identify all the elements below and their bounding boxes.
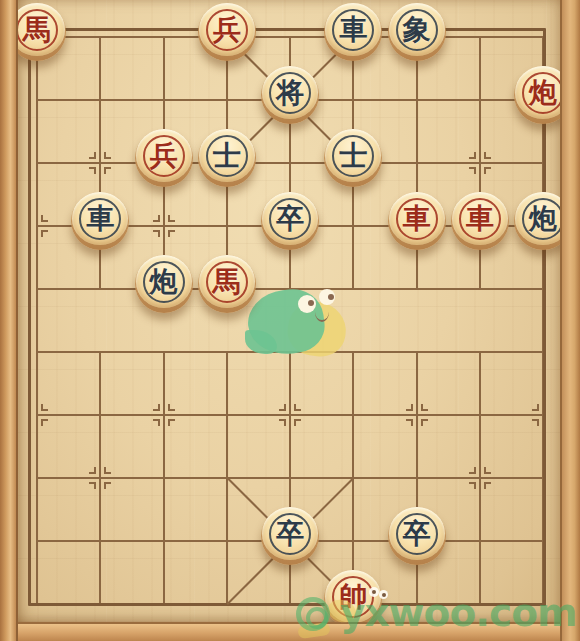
board-frame-left (0, 0, 18, 641)
piece-character: 士 (213, 142, 241, 170)
piece-character: 帥 (339, 583, 367, 611)
piece-black-車[interactable]: 車 (71, 192, 129, 250)
piece-red-兵[interactable]: 兵 (198, 3, 256, 61)
piece-character: 馬 (23, 16, 51, 44)
piece-face: 将 (262, 66, 318, 119)
piece-character: 兵 (150, 142, 178, 170)
piece-ring: 馬 (206, 261, 248, 303)
piece-ring: 車 (459, 198, 501, 240)
piece-face: 卒 (389, 507, 445, 560)
piece-character: 炮 (150, 268, 178, 296)
piece-character: 炮 (529, 79, 557, 107)
piece-ring: 士 (332, 135, 374, 177)
piece-face: 士 (325, 129, 381, 182)
piece-face: 卒 (262, 192, 318, 245)
piece-ring: 車 (332, 9, 374, 51)
piece-face: 馬 (199, 255, 255, 308)
piece-face: 卒 (262, 507, 318, 560)
piece-character: 卒 (403, 520, 431, 548)
piece-black-士[interactable]: 士 (198, 129, 256, 187)
piece-character: 炮 (529, 205, 557, 233)
piece-ring: 炮 (522, 198, 564, 240)
piece-ring: 卒 (269, 513, 311, 555)
piece-character: 兵 (213, 16, 241, 44)
piece-character: 車 (466, 205, 494, 233)
pieces-layer: 馬兵車象将炮兵士士車卒車車炮炮馬卒卒帥 (0, 0, 580, 641)
piece-face: 車 (325, 3, 381, 56)
piece-face: 象 (389, 3, 445, 56)
piece-black-炮[interactable]: 炮 (135, 255, 193, 313)
piece-ring: 車 (396, 198, 438, 240)
piece-face: 士 (199, 129, 255, 182)
piece-character: 馬 (213, 268, 241, 296)
piece-red-車[interactable]: 車 (451, 192, 509, 250)
piece-ring: 将 (269, 72, 311, 114)
piece-face: 車 (389, 192, 445, 245)
piece-character: 将 (276, 79, 304, 107)
piece-face: 兵 (136, 129, 192, 182)
piece-ring: 卒 (396, 513, 438, 555)
piece-character: 卒 (276, 520, 304, 548)
piece-character: 卒 (276, 205, 304, 233)
piece-character: 象 (403, 16, 431, 44)
piece-ring: 兵 (206, 9, 248, 51)
piece-ring: 兵 (143, 135, 185, 177)
piece-black-卒[interactable]: 卒 (388, 507, 446, 565)
piece-ring: 卒 (269, 198, 311, 240)
piece-red-帥[interactable]: 帥 (324, 570, 382, 628)
xiangqi-game-screen: 馬兵車象将炮兵士士車卒車車炮炮馬卒卒帥 yxwoo.com (0, 0, 580, 641)
piece-black-将[interactable]: 将 (261, 66, 319, 124)
piece-ring: 馬 (16, 9, 58, 51)
piece-red-兵[interactable]: 兵 (135, 129, 193, 187)
piece-face: 車 (72, 192, 128, 245)
board-frame-right (560, 0, 580, 641)
piece-black-車[interactable]: 車 (324, 3, 382, 61)
piece-face: 兵 (199, 3, 255, 56)
piece-red-馬[interactable]: 馬 (198, 255, 256, 313)
piece-character: 士 (339, 142, 367, 170)
piece-character: 車 (339, 16, 367, 44)
piece-character: 車 (403, 205, 431, 233)
piece-black-象[interactable]: 象 (388, 3, 446, 61)
piece-face: 車 (452, 192, 508, 245)
piece-ring: 車 (79, 198, 121, 240)
piece-ring: 士 (206, 135, 248, 177)
piece-ring: 炮 (522, 72, 564, 114)
piece-character: 車 (86, 205, 114, 233)
piece-ring: 炮 (143, 261, 185, 303)
board-frame-bottom (18, 622, 560, 641)
piece-red-車[interactable]: 車 (388, 192, 446, 250)
piece-face: 帥 (325, 570, 381, 623)
piece-black-士[interactable]: 士 (324, 129, 382, 187)
piece-black-卒[interactable]: 卒 (261, 192, 319, 250)
piece-face: 炮 (136, 255, 192, 308)
piece-ring: 象 (396, 9, 438, 51)
piece-black-卒[interactable]: 卒 (261, 507, 319, 565)
piece-ring: 帥 (332, 576, 374, 618)
